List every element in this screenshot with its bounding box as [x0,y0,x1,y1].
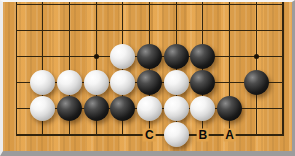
grid-line-horizontal [270,108,283,109]
board-point[interactable] [109,2,136,17]
black-stone [244,70,269,95]
board-point[interactable] [136,69,163,95]
board-point[interactable] [163,122,190,148]
board-point[interactable] [56,122,83,148]
grid-line-horizontal [270,56,283,57]
white-stone [137,96,162,121]
white-stone [57,70,82,95]
grid-line-horizontal [163,4,190,5]
board-point[interactable] [83,69,110,95]
board-point[interactable] [270,2,292,17]
black-stone [164,44,189,69]
grid-line-horizontal [216,56,243,57]
board-point[interactable]: B [189,122,216,148]
board-point[interactable] [189,96,216,122]
board-point[interactable] [270,43,292,69]
board-point[interactable] [56,96,83,122]
grid-line-horizontal [16,82,29,83]
grid-line-horizontal [83,30,110,31]
board-point[interactable] [136,43,163,69]
grid-line-horizontal [270,82,283,83]
board-point[interactable] [163,17,190,43]
board-point[interactable] [270,17,292,43]
board-point[interactable] [29,122,56,148]
black-stone [137,70,162,95]
board-point[interactable] [270,96,292,122]
move-label-c[interactable]: C [143,128,156,141]
board-point[interactable] [29,2,56,17]
board-point[interactable] [243,2,270,17]
grid-line-horizontal [29,4,56,5]
black-stone [190,44,215,69]
board-point[interactable] [189,43,216,69]
move-label-a[interactable]: A [223,128,236,141]
board-point[interactable] [109,69,136,95]
board-point[interactable] [3,43,29,69]
board-point[interactable] [56,69,83,95]
grid-line-horizontal [109,4,136,5]
board-point[interactable] [3,122,29,148]
board-point[interactable] [163,43,190,69]
board-point[interactable] [243,17,270,43]
grid-line-horizontal [189,30,216,31]
move-label-b[interactable]: B [196,128,209,141]
grid-line-horizontal [83,4,110,5]
grid-line-horizontal [216,30,243,31]
board-point[interactable] [3,2,29,17]
board-point[interactable] [109,43,136,69]
grid-line-horizontal [243,134,270,136]
grid-line-horizontal [29,134,56,136]
white-stone [110,44,135,69]
board-point[interactable] [109,96,136,122]
board-point[interactable] [83,96,110,122]
black-stone [110,96,135,121]
board-point[interactable] [189,69,216,95]
board-point[interactable] [216,96,243,122]
white-stone [30,96,55,121]
grid-line-horizontal [16,56,29,57]
board-point[interactable] [83,2,110,17]
board-point[interactable] [163,96,190,122]
grid-line-horizontal [109,134,136,136]
grid-line-horizontal [163,30,190,31]
grid-line-horizontal [136,4,163,5]
board-point[interactable] [136,17,163,43]
board-point[interactable] [29,43,56,69]
board-point[interactable] [83,122,110,148]
board-point[interactable] [243,43,270,69]
grid-line-horizontal [16,4,29,5]
board-point[interactable] [163,69,190,95]
board-point[interactable] [3,96,29,122]
black-stone [84,96,109,121]
grid-line-horizontal [243,30,270,31]
board-point[interactable] [216,43,243,69]
black-stone [57,96,82,121]
grid-line-horizontal [16,108,29,109]
board-point[interactable] [243,96,270,122]
board-point[interactable] [83,17,110,43]
board-point[interactable] [216,2,243,17]
grid-line-horizontal [270,30,283,31]
grid-line-horizontal [56,134,83,136]
white-stone [164,122,189,147]
board-point[interactable] [56,2,83,17]
app-window-frame: CBA [0,0,295,156]
board-point[interactable] [270,122,292,148]
grid-line-horizontal [16,134,29,136]
grid-line-horizontal [270,134,283,136]
board-point[interactable] [163,2,190,17]
board-point[interactable] [216,17,243,43]
grid-line-horizontal [83,134,110,136]
grid-line-horizontal [243,108,270,109]
grid-line-horizontal [189,4,216,5]
star-point [94,54,99,59]
white-stone [164,70,189,95]
board-point[interactable] [136,2,163,17]
board-point[interactable] [270,69,292,95]
board-point[interactable] [29,69,56,95]
black-stone [190,70,215,95]
board-point[interactable] [3,17,29,43]
board-point[interactable] [56,43,83,69]
board-point[interactable]: C [136,122,163,148]
grid-line-horizontal [56,30,83,31]
grid-line-horizontal [29,56,56,57]
go-board[interactable]: CBA [3,2,292,148]
grid-line-horizontal [216,82,243,83]
grid-line-horizontal [216,4,243,5]
grid-line-horizontal [136,30,163,31]
white-stone [190,96,215,121]
grid-line-horizontal [243,4,270,5]
board-point[interactable] [243,122,270,148]
board-point[interactable] [29,96,56,122]
board-point[interactable] [189,2,216,17]
grid-line-horizontal [270,4,283,5]
grid-line-horizontal [16,30,29,31]
grid-line-horizontal [56,56,83,57]
star-point [254,54,259,59]
white-stone [164,96,189,121]
black-stone [217,96,242,121]
black-stone [137,44,162,69]
board-point[interactable] [29,17,56,43]
white-stone [84,70,109,95]
board-point[interactable] [136,96,163,122]
board-point[interactable] [109,122,136,148]
board-point[interactable] [243,69,270,95]
board-point[interactable] [3,69,29,95]
board-point[interactable] [83,43,110,69]
grid-line-horizontal [56,4,83,5]
board-point[interactable]: A [216,122,243,148]
board-point[interactable] [216,69,243,95]
white-stone [30,70,55,95]
board-point[interactable] [109,17,136,43]
goban-wood-surface: CBA [3,2,292,151]
white-stone [110,70,135,95]
board-point[interactable] [189,17,216,43]
grid-line-horizontal [109,30,136,31]
board-point[interactable] [56,17,83,43]
grid-line-horizontal [29,30,56,31]
